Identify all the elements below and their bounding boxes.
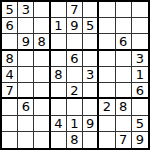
cell-r5c5[interactable]	[67, 67, 83, 83]
cell-r3c2[interactable]: 9	[18, 34, 34, 50]
cell-r3c5[interactable]	[67, 34, 83, 50]
cell-r7c5[interactable]	[67, 99, 83, 115]
cell-r2c6[interactable]: 5	[83, 18, 99, 34]
cell-r1c2[interactable]: 3	[18, 2, 34, 18]
cell-r2c2[interactable]	[18, 18, 34, 34]
cell-r9c3[interactable]	[34, 132, 50, 148]
cell-r4c2[interactable]	[18, 51, 34, 67]
cell-r1c6[interactable]	[83, 2, 99, 18]
cell-r5c4[interactable]: 8	[51, 67, 67, 83]
cell-r4c6[interactable]	[83, 51, 99, 67]
cell-r2c5[interactable]: 9	[67, 18, 83, 34]
cell-r4c3[interactable]	[34, 51, 50, 67]
cell-r9c1[interactable]	[2, 132, 18, 148]
cell-r6c5[interactable]: 2	[67, 83, 83, 99]
cell-r6c6[interactable]	[83, 83, 99, 99]
cell-r2c9[interactable]	[132, 18, 148, 34]
cell-r2c1[interactable]: 6	[2, 18, 18, 34]
cell-r7c2[interactable]: 6	[18, 99, 34, 115]
cell-r3c3[interactable]: 8	[34, 34, 50, 50]
cell-r1c5[interactable]: 7	[67, 2, 83, 18]
cell-r7c1[interactable]	[2, 99, 18, 115]
cell-r6c3[interactable]	[34, 83, 50, 99]
cell-r6c7[interactable]	[99, 83, 115, 99]
cell-r8c3[interactable]	[34, 116, 50, 132]
cell-r8c8[interactable]	[116, 116, 132, 132]
cell-r1c7[interactable]	[99, 2, 115, 18]
cell-r3c4[interactable]	[51, 34, 67, 50]
cell-r3c1[interactable]	[2, 34, 18, 50]
cell-r4c5[interactable]: 6	[67, 51, 83, 67]
cell-r2c8[interactable]	[116, 18, 132, 34]
cell-r6c8[interactable]	[116, 83, 132, 99]
cell-r9c2[interactable]	[18, 132, 34, 148]
cell-r7c7[interactable]: 2	[99, 99, 115, 115]
cell-r3c6[interactable]	[83, 34, 99, 50]
cell-r6c9[interactable]: 6	[132, 83, 148, 99]
cell-r8c7[interactable]	[99, 116, 115, 132]
cell-r9c7[interactable]	[99, 132, 115, 148]
cell-r7c3[interactable]	[34, 99, 50, 115]
cell-r7c4[interactable]	[51, 99, 67, 115]
cell-r5c2[interactable]	[18, 67, 34, 83]
cell-r4c8[interactable]	[116, 51, 132, 67]
cell-r5c3[interactable]	[34, 67, 50, 83]
cell-r4c9[interactable]: 3	[132, 51, 148, 67]
cell-r3c7[interactable]	[99, 34, 115, 50]
cell-r3c8[interactable]: 6	[116, 34, 132, 50]
cell-r6c4[interactable]	[51, 83, 67, 99]
cell-r8c9[interactable]: 5	[132, 116, 148, 132]
cell-r2c7[interactable]	[99, 18, 115, 34]
cell-r1c8[interactable]	[116, 2, 132, 18]
cell-r7c6[interactable]	[83, 99, 99, 115]
cell-r1c9[interactable]	[132, 2, 148, 18]
cell-r9c6[interactable]	[83, 132, 99, 148]
cell-r2c4[interactable]: 1	[51, 18, 67, 34]
cell-r8c4[interactable]: 4	[51, 116, 67, 132]
cell-r8c2[interactable]	[18, 116, 34, 132]
cell-r9c9[interactable]: 9	[132, 132, 148, 148]
cell-r3c9[interactable]	[132, 34, 148, 50]
cell-r5c9[interactable]: 1	[132, 67, 148, 83]
sudoku-board: 537619598686348317266284195879	[0, 0, 150, 150]
cell-r5c1[interactable]: 4	[2, 67, 18, 83]
cell-r2c3[interactable]	[34, 18, 50, 34]
cell-r6c1[interactable]: 7	[2, 83, 18, 99]
cell-r5c6[interactable]: 3	[83, 67, 99, 83]
cell-r9c8[interactable]: 7	[116, 132, 132, 148]
cell-r8c5[interactable]: 1	[67, 116, 83, 132]
cell-r1c3[interactable]	[34, 2, 50, 18]
cell-r8c1[interactable]	[2, 116, 18, 132]
cell-r9c4[interactable]	[51, 132, 67, 148]
cell-r5c8[interactable]	[116, 67, 132, 83]
cell-r4c1[interactable]: 8	[2, 51, 18, 67]
cell-r9c5[interactable]: 8	[67, 132, 83, 148]
cell-r1c4[interactable]	[51, 2, 67, 18]
cell-r7c8[interactable]: 8	[116, 99, 132, 115]
cell-r1c1[interactable]: 5	[2, 2, 18, 18]
cell-r4c4[interactable]	[51, 51, 67, 67]
cell-r7c9[interactable]	[132, 99, 148, 115]
cell-r4c7[interactable]	[99, 51, 115, 67]
cell-r8c6[interactable]: 9	[83, 116, 99, 132]
cell-r6c2[interactable]	[18, 83, 34, 99]
cell-r5c7[interactable]	[99, 67, 115, 83]
